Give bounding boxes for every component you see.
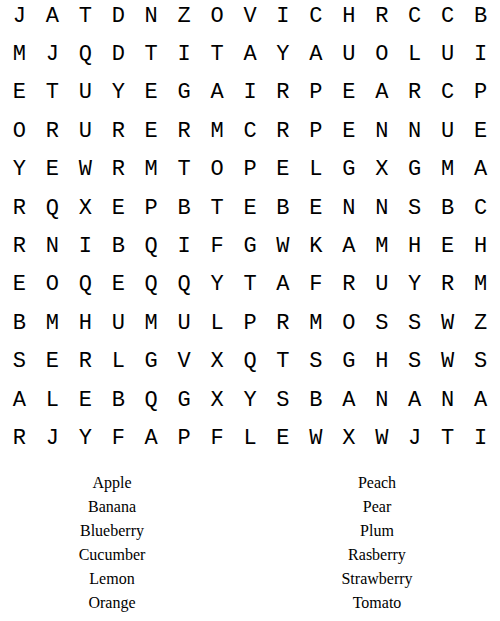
grid-cell[interactable]: R <box>266 112 299 150</box>
grid-cell[interactable]: Y <box>3 151 36 189</box>
grid-cell[interactable]: H <box>69 304 102 342</box>
grid-cell[interactable]: D <box>102 0 135 35</box>
grid-cell[interactable]: J <box>398 419 431 457</box>
grid-cell[interactable]: S <box>398 189 431 227</box>
grid-cell[interactable]: L <box>102 343 135 381</box>
grid-cell[interactable]: S <box>365 304 398 342</box>
word-list-item: Tomato <box>254 591 500 615</box>
grid-cell[interactable]: C <box>299 0 332 35</box>
word-search-page: JATDNZOVICHRCCBMJQDTITAYAUOLUIETUYEGAIRP… <box>0 0 500 621</box>
grid-cell[interactable]: G <box>168 381 201 419</box>
grid-cell[interactable]: R <box>266 74 299 112</box>
grid-cell[interactable]: P <box>135 189 168 227</box>
grid-cell[interactable]: Y <box>69 419 102 457</box>
grid-cell[interactable]: H <box>365 343 398 381</box>
grid-cell[interactable]: Q <box>69 266 102 304</box>
grid-cell[interactable]: T <box>135 35 168 73</box>
grid-cell[interactable]: C <box>431 0 464 35</box>
grid-cell[interactable]: K <box>299 227 332 265</box>
grid-cell[interactable]: O <box>201 0 234 35</box>
grid-cell[interactable]: N <box>398 112 431 150</box>
word-list-item: Strawberry <box>254 567 500 591</box>
grid-cell[interactable]: A <box>332 381 365 419</box>
grid-cell[interactable]: H <box>464 227 497 265</box>
grid-cell[interactable]: E <box>332 112 365 150</box>
grid-cell[interactable]: G <box>332 343 365 381</box>
grid-cell[interactable]: G <box>135 343 168 381</box>
grid-cell[interactable]: T <box>69 0 102 35</box>
grid-cell[interactable]: D <box>102 35 135 73</box>
grid-cell[interactable]: C <box>398 0 431 35</box>
grid-cell[interactable]: F <box>201 227 234 265</box>
grid-cell[interactable]: M <box>36 304 69 342</box>
grid-cell[interactable]: L <box>201 304 234 342</box>
grid-cell[interactable]: Z <box>464 304 497 342</box>
word-search-grid: JATDNZOVICHRCCBMJQDTITAYAUOLUIETUYEGAIRP… <box>3 0 497 458</box>
grid-cell[interactable]: G <box>332 151 365 189</box>
grid-cell[interactable]: F <box>299 266 332 304</box>
grid-cell[interactable]: M <box>365 227 398 265</box>
grid-cell[interactable]: B <box>299 381 332 419</box>
grid-cell[interactable]: E <box>464 112 497 150</box>
grid-cell[interactable]: R <box>3 189 36 227</box>
word-list-item: Cucumber <box>0 543 224 567</box>
grid-cell[interactable]: Q <box>168 266 201 304</box>
grid-cell[interactable]: E <box>3 74 36 112</box>
grid-cell[interactable]: A <box>464 381 497 419</box>
grid-cell[interactable]: T <box>36 74 69 112</box>
grid-cell[interactable]: G <box>234 227 267 265</box>
word-list-item: Lemon <box>0 567 224 591</box>
grid-cell[interactable]: S <box>299 343 332 381</box>
grid-cell[interactable]: W <box>365 419 398 457</box>
word-list-item: Banana <box>0 495 224 519</box>
grid-cell[interactable]: I <box>464 35 497 73</box>
grid-cell[interactable]: R <box>3 227 36 265</box>
grid-cell[interactable]: O <box>3 112 36 150</box>
word-list-item: Blueberry <box>0 519 224 543</box>
word-list-item: Apple <box>0 471 224 495</box>
grid-cell[interactable]: U <box>168 304 201 342</box>
grid-cell[interactable]: Q <box>135 227 168 265</box>
grid-cell[interactable]: E <box>135 74 168 112</box>
grid-cell[interactable]: C <box>431 74 464 112</box>
grid-cell[interactable]: U <box>102 304 135 342</box>
grid-cell[interactable]: Y <box>234 381 267 419</box>
grid-cell[interactable]: E <box>266 419 299 457</box>
grid-cell[interactable]: Q <box>135 381 168 419</box>
grid-cell[interactable]: E <box>135 112 168 150</box>
grid-cell[interactable]: B <box>431 189 464 227</box>
grid-cell[interactable]: I <box>234 74 267 112</box>
grid-cell[interactable]: T <box>168 151 201 189</box>
grid-cell[interactable]: O <box>36 266 69 304</box>
grid-cell[interactable]: H <box>398 227 431 265</box>
grid-cell[interactable]: M <box>431 151 464 189</box>
grid-cell[interactable]: R <box>398 74 431 112</box>
grid-cell[interactable]: W <box>266 227 299 265</box>
grid-cell[interactable]: L <box>398 35 431 73</box>
word-list-left: AppleBananaBlueberryCucumberLemonOrange <box>0 471 224 615</box>
grid-cell[interactable]: N <box>36 227 69 265</box>
grid-cell[interactable]: R <box>365 0 398 35</box>
grid-cell[interactable]: R <box>168 112 201 150</box>
grid-cell[interactable]: N <box>431 381 464 419</box>
grid-cell[interactable]: Y <box>266 35 299 73</box>
grid-cell[interactable]: B <box>3 304 36 342</box>
grid-cell[interactable]: C <box>234 112 267 150</box>
grid-cell[interactable]: Y <box>201 266 234 304</box>
grid-cell[interactable]: M <box>299 304 332 342</box>
grid-cell[interactable]: A <box>398 381 431 419</box>
grid-cell[interactable]: A <box>135 419 168 457</box>
grid-cell[interactable]: G <box>168 74 201 112</box>
grid-cell[interactable]: U <box>431 35 464 73</box>
grid-cell[interactable]: R <box>3 419 36 457</box>
grid-cell[interactable]: E <box>102 266 135 304</box>
grid-cell[interactable]: R <box>266 304 299 342</box>
grid-cell[interactable]: O <box>201 151 234 189</box>
grid-cell[interactable]: R <box>431 266 464 304</box>
word-list-right: PeachPearPlumRasberryStrawberryTomato <box>254 471 500 615</box>
grid-cell[interactable]: J <box>3 0 36 35</box>
grid-cell[interactable]: I <box>69 227 102 265</box>
grid-cell[interactable]: W <box>69 151 102 189</box>
grid-cell[interactable]: Q <box>135 266 168 304</box>
grid-cell[interactable]: B <box>168 189 201 227</box>
grid-cell[interactable]: Q <box>234 343 267 381</box>
grid-cell[interactable]: P <box>299 74 332 112</box>
grid-cell[interactable]: M <box>3 35 36 73</box>
grid-cell[interactable]: B <box>102 381 135 419</box>
grid-cell[interactable]: P <box>299 112 332 150</box>
grid-cell[interactable]: E <box>36 343 69 381</box>
grid-cell[interactable]: X <box>365 151 398 189</box>
grid-cell[interactable]: M <box>464 266 497 304</box>
grid-cell[interactable]: A <box>299 35 332 73</box>
grid-cell[interactable]: I <box>168 227 201 265</box>
grid-cell[interactable]: B <box>102 227 135 265</box>
word-list-item: Rasberry <box>254 543 500 567</box>
grid-cell[interactable]: I <box>464 419 497 457</box>
grid-cell[interactable]: B <box>464 0 497 35</box>
word-list-item: Peach <box>254 471 500 495</box>
grid-cell[interactable]: X <box>201 343 234 381</box>
grid-cell[interactable]: N <box>365 381 398 419</box>
grid-cell[interactable]: V <box>168 343 201 381</box>
grid-cell[interactable]: M <box>135 151 168 189</box>
grid-cell[interactable]: S <box>464 343 497 381</box>
grid-cell[interactable]: F <box>201 419 234 457</box>
grid-cell[interactable]: U <box>365 266 398 304</box>
grid-cell[interactable]: W <box>431 343 464 381</box>
grid-cell[interactable]: E <box>431 227 464 265</box>
grid-cell[interactable]: J <box>36 419 69 457</box>
grid-cell[interactable]: L <box>36 381 69 419</box>
grid-cell[interactable]: R <box>69 343 102 381</box>
word-list-item: Orange <box>0 591 224 615</box>
grid-cell[interactable]: Z <box>168 0 201 35</box>
grid-cell[interactable]: F <box>102 419 135 457</box>
grid-cell[interactable]: X <box>69 189 102 227</box>
grid-cell[interactable]: S <box>398 304 431 342</box>
grid-cell[interactable]: U <box>332 35 365 73</box>
grid-cell[interactable]: N <box>365 189 398 227</box>
grid-cell[interactable]: T <box>201 189 234 227</box>
grid-cell[interactable]: M <box>135 304 168 342</box>
grid-cell[interactable]: G <box>398 151 431 189</box>
grid-cell[interactable]: N <box>332 189 365 227</box>
grid-cell[interactable]: P <box>234 151 267 189</box>
grid-cell[interactable]: Y <box>102 74 135 112</box>
grid-cell[interactable]: A <box>3 381 36 419</box>
grid-cell[interactable]: A <box>234 35 267 73</box>
grid-cell[interactable]: V <box>234 0 267 35</box>
grid-cell[interactable]: E <box>36 151 69 189</box>
grid-cell[interactable]: B <box>266 189 299 227</box>
grid-cell[interactable]: U <box>69 112 102 150</box>
grid-cell[interactable]: P <box>234 304 267 342</box>
grid-cell[interactable]: I <box>168 35 201 73</box>
word-list-item: Plum <box>254 519 500 543</box>
grid-cell[interactable]: S <box>3 343 36 381</box>
grid-cell[interactable]: E <box>266 151 299 189</box>
grid-cell[interactable]: Q <box>36 189 69 227</box>
grid-cell[interactable]: A <box>201 74 234 112</box>
grid-cell[interactable]: R <box>102 112 135 150</box>
grid-cell[interactable]: T <box>201 35 234 73</box>
grid-cell[interactable]: X <box>332 419 365 457</box>
grid-cell[interactable]: R <box>332 266 365 304</box>
word-list: AppleBananaBlueberryCucumberLemonOrange … <box>0 471 500 615</box>
grid-cell[interactable]: E <box>69 381 102 419</box>
grid-cell[interactable]: X <box>201 381 234 419</box>
grid-cell[interactable]: T <box>234 266 267 304</box>
grid-cell[interactable]: I <box>266 0 299 35</box>
grid-cell[interactable]: S <box>266 381 299 419</box>
grid-cell[interactable]: A <box>464 151 497 189</box>
grid-cell[interactable]: N <box>365 112 398 150</box>
grid-cell[interactable]: W <box>299 419 332 457</box>
grid-cell[interactable]: U <box>69 74 102 112</box>
grid-cell[interactable]: A <box>36 0 69 35</box>
grid-cell[interactable]: A <box>365 74 398 112</box>
grid-cell[interactable]: E <box>299 189 332 227</box>
grid-cell[interactable]: E <box>234 189 267 227</box>
grid-cell[interactable]: O <box>365 35 398 73</box>
grid-cell[interactable]: E <box>332 74 365 112</box>
grid-cell[interactable]: E <box>102 189 135 227</box>
grid-cell[interactable]: R <box>102 151 135 189</box>
grid-cell[interactable]: O <box>332 304 365 342</box>
grid-cell[interactable]: Q <box>69 35 102 73</box>
grid-cell[interactable]: S <box>398 343 431 381</box>
grid-cell[interactable]: T <box>431 419 464 457</box>
grid-cell[interactable]: L <box>234 419 267 457</box>
grid-cell[interactable]: N <box>135 0 168 35</box>
grid-cell[interactable]: W <box>431 304 464 342</box>
grid-cell[interactable]: C <box>464 189 497 227</box>
grid-cell[interactable]: Y <box>398 266 431 304</box>
grid-cell[interactable]: J <box>36 35 69 73</box>
grid-cell[interactable]: A <box>332 227 365 265</box>
grid-cell[interactable]: P <box>168 419 201 457</box>
grid-cell[interactable]: R <box>36 112 69 150</box>
grid-cell[interactable]: T <box>266 343 299 381</box>
grid-cell[interactable]: E <box>3 266 36 304</box>
grid-cell[interactable]: U <box>431 112 464 150</box>
grid-cell[interactable]: L <box>299 151 332 189</box>
grid-cell[interactable]: H <box>332 0 365 35</box>
grid-cell[interactable]: A <box>266 266 299 304</box>
word-list-item: Pear <box>254 495 500 519</box>
grid-cell[interactable]: P <box>464 74 497 112</box>
grid-cell[interactable]: M <box>201 112 234 150</box>
